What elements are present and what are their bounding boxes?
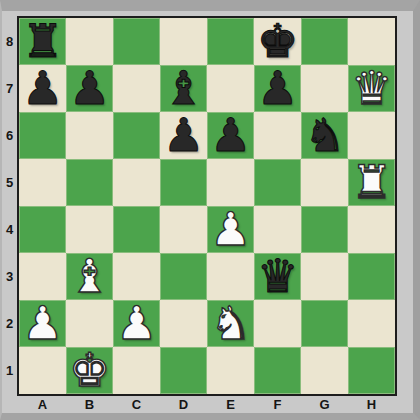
piece-white-rook: ♜︎ — [351, 159, 392, 205]
square-f1[interactable] — [254, 347, 301, 394]
rank-label-1: 1 — [2, 347, 17, 394]
square-b2[interactable] — [66, 300, 113, 347]
piece-black-rook: ♜︎ — [22, 18, 63, 64]
piece-black-queen: ♛︎ — [257, 253, 298, 299]
piece-white-pawn: ♟︎ — [210, 206, 251, 252]
piece-white-king: ♚︎ — [69, 347, 110, 393]
piece-white-pawn: ♟︎ — [116, 300, 157, 346]
square-b5[interactable] — [66, 159, 113, 206]
square-f3[interactable]: ♛︎ — [254, 253, 301, 300]
rank-label-4: 4 — [2, 206, 17, 253]
square-g4[interactable] — [301, 206, 348, 253]
rank-label-6: 6 — [2, 112, 17, 159]
square-e4[interactable]: ♟︎ — [207, 206, 254, 253]
square-e8[interactable] — [207, 18, 254, 65]
file-label-f: F — [254, 396, 301, 412]
square-g2[interactable] — [301, 300, 348, 347]
piece-black-bishop: ♝︎ — [163, 65, 204, 111]
board-layout: 87654321 ♜︎♚︎♟︎♟︎♝︎♟︎♛︎♟︎♟︎♞︎♜︎♟︎♝︎♛︎♟︎♟… — [2, 16, 413, 412]
square-b3[interactable]: ♝︎ — [66, 253, 113, 300]
square-e1[interactable] — [207, 347, 254, 394]
square-b8[interactable] — [66, 18, 113, 65]
square-c4[interactable] — [113, 206, 160, 253]
square-d7[interactable]: ♝︎ — [160, 65, 207, 112]
square-h1[interactable] — [348, 347, 395, 394]
square-a6[interactable] — [19, 112, 66, 159]
square-f2[interactable] — [254, 300, 301, 347]
square-b6[interactable] — [66, 112, 113, 159]
file-labels: ABCDEFGH — [19, 396, 413, 412]
piece-black-pawn: ♟︎ — [210, 112, 251, 158]
square-a4[interactable] — [19, 206, 66, 253]
piece-white-bishop: ♝︎ — [69, 253, 110, 299]
square-c1[interactable] — [113, 347, 160, 394]
file-label-d: D — [160, 396, 207, 412]
square-g1[interactable] — [301, 347, 348, 394]
square-c2[interactable]: ♟︎ — [113, 300, 160, 347]
piece-black-pawn: ♟︎ — [257, 65, 298, 111]
square-h4[interactable] — [348, 206, 395, 253]
square-b4[interactable] — [66, 206, 113, 253]
square-d5[interactable] — [160, 159, 207, 206]
square-d1[interactable] — [160, 347, 207, 394]
piece-white-queen: ♛︎ — [351, 65, 392, 111]
chess-board: ♜︎♚︎♟︎♟︎♝︎♟︎♛︎♟︎♟︎♞︎♜︎♟︎♝︎♛︎♟︎♟︎♞︎♚︎ — [17, 16, 397, 396]
square-c3[interactable] — [113, 253, 160, 300]
square-h8[interactable] — [348, 18, 395, 65]
square-f4[interactable] — [254, 206, 301, 253]
square-c7[interactable] — [113, 65, 160, 112]
file-label-b: B — [66, 396, 113, 412]
square-a1[interactable] — [19, 347, 66, 394]
square-a2[interactable]: ♟︎ — [19, 300, 66, 347]
rank-labels: 87654321 — [2, 18, 17, 396]
rank-label-7: 7 — [2, 65, 17, 112]
square-a7[interactable]: ♟︎ — [19, 65, 66, 112]
square-c8[interactable] — [113, 18, 160, 65]
square-h2[interactable] — [348, 300, 395, 347]
square-d4[interactable] — [160, 206, 207, 253]
square-g5[interactable] — [301, 159, 348, 206]
square-g6[interactable]: ♞︎ — [301, 112, 348, 159]
square-c6[interactable] — [113, 112, 160, 159]
square-c5[interactable] — [113, 159, 160, 206]
square-e6[interactable]: ♟︎ — [207, 112, 254, 159]
piece-black-pawn: ♟︎ — [69, 65, 110, 111]
square-a5[interactable] — [19, 159, 66, 206]
square-g3[interactable] — [301, 253, 348, 300]
square-h3[interactable] — [348, 253, 395, 300]
rank-label-2: 2 — [2, 300, 17, 347]
square-f6[interactable] — [254, 112, 301, 159]
file-label-e: E — [207, 396, 254, 412]
square-e7[interactable] — [207, 65, 254, 112]
square-f5[interactable] — [254, 159, 301, 206]
square-a3[interactable] — [19, 253, 66, 300]
chess-diagram-frame: 87654321 ♜︎♚︎♟︎♟︎♝︎♟︎♛︎♟︎♟︎♞︎♜︎♟︎♝︎♛︎♟︎♟… — [0, 0, 420, 420]
square-h6[interactable] — [348, 112, 395, 159]
square-e3[interactable] — [207, 253, 254, 300]
file-label-c: C — [113, 396, 160, 412]
piece-black-knight: ♞︎ — [304, 112, 345, 158]
square-d6[interactable]: ♟︎ — [160, 112, 207, 159]
rank-label-3: 3 — [2, 253, 17, 300]
piece-black-pawn: ♟︎ — [22, 65, 63, 111]
square-e5[interactable] — [207, 159, 254, 206]
file-label-a: A — [19, 396, 66, 412]
rank-label-8: 8 — [2, 18, 17, 65]
square-d3[interactable] — [160, 253, 207, 300]
square-a8[interactable]: ♜︎ — [19, 18, 66, 65]
square-b1[interactable]: ♚︎ — [66, 347, 113, 394]
square-d8[interactable] — [160, 18, 207, 65]
file-label-h: H — [348, 396, 395, 412]
square-h7[interactable]: ♛︎ — [348, 65, 395, 112]
square-g7[interactable] — [301, 65, 348, 112]
rank-label-5: 5 — [2, 159, 17, 206]
piece-white-pawn: ♟︎ — [22, 300, 63, 346]
square-e2[interactable]: ♞︎ — [207, 300, 254, 347]
piece-black-king: ♚︎ — [257, 18, 298, 64]
square-d2[interactable] — [160, 300, 207, 347]
piece-black-pawn: ♟︎ — [163, 112, 204, 158]
square-h5[interactable]: ♜︎ — [348, 159, 395, 206]
square-b7[interactable]: ♟︎ — [66, 65, 113, 112]
file-label-g: G — [301, 396, 348, 412]
square-f7[interactable]: ♟︎ — [254, 65, 301, 112]
piece-white-knight: ♞︎ — [210, 300, 251, 346]
square-g8[interactable] — [301, 18, 348, 65]
square-f8[interactable]: ♚︎ — [254, 18, 301, 65]
